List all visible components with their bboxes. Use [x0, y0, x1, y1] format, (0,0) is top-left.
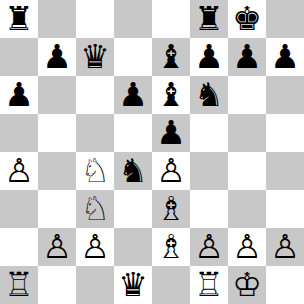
square-h5[interactable] [266, 114, 304, 152]
square-f2[interactable]: ♙ [190, 228, 228, 266]
square-b6[interactable] [38, 76, 76, 114]
square-f8[interactable]: ♜ [190, 0, 228, 38]
white-knight-c3[interactable]: ♘ [80, 190, 110, 228]
square-f6[interactable]: ♞ [190, 76, 228, 114]
square-a1[interactable]: ♖ [0, 266, 38, 304]
black-knight-d4[interactable]: ♞ [118, 152, 148, 190]
square-c2[interactable]: ♙ [76, 228, 114, 266]
chess-board: ♜♜♚♟♛♝♟♟♟♟♟♝♞♟♙♘♞♙♘♗♙♙♗♙♙♙♖♛♖♔ [0, 0, 304, 304]
black-rook-a8[interactable]: ♜ [4, 0, 34, 38]
white-pawn-h2[interactable]: ♙ [270, 228, 300, 266]
square-b5[interactable] [38, 114, 76, 152]
square-d3[interactable] [114, 190, 152, 228]
square-c7[interactable]: ♛ [76, 38, 114, 76]
square-h4[interactable] [266, 152, 304, 190]
black-queen-c7[interactable]: ♛ [80, 38, 110, 76]
square-e3[interactable]: ♗ [152, 190, 190, 228]
square-e1[interactable] [152, 266, 190, 304]
white-king-g1[interactable]: ♔ [232, 266, 262, 304]
square-a3[interactable] [0, 190, 38, 228]
white-bishop-e2[interactable]: ♗ [156, 228, 186, 266]
square-h8[interactable] [266, 0, 304, 38]
square-f7[interactable]: ♟ [190, 38, 228, 76]
square-a6[interactable]: ♟ [0, 76, 38, 114]
white-pawn-c2[interactable]: ♙ [80, 228, 110, 266]
square-h3[interactable] [266, 190, 304, 228]
square-e8[interactable] [152, 0, 190, 38]
black-pawn-a6[interactable]: ♟ [4, 76, 34, 114]
square-g8[interactable]: ♚ [228, 0, 266, 38]
square-a2[interactable] [0, 228, 38, 266]
square-e4[interactable]: ♙ [152, 152, 190, 190]
square-b3[interactable] [38, 190, 76, 228]
square-a4[interactable]: ♙ [0, 152, 38, 190]
square-g5[interactable] [228, 114, 266, 152]
square-d8[interactable] [114, 0, 152, 38]
square-d5[interactable] [114, 114, 152, 152]
black-bishop-e6[interactable]: ♝ [156, 76, 186, 114]
black-king-g8[interactable]: ♚ [232, 0, 262, 38]
square-b1[interactable] [38, 266, 76, 304]
square-g1[interactable]: ♔ [228, 266, 266, 304]
white-pawn-a4[interactable]: ♙ [4, 152, 34, 190]
black-pawn-e5[interactable]: ♟ [156, 114, 186, 152]
square-f4[interactable] [190, 152, 228, 190]
square-a8[interactable]: ♜ [0, 0, 38, 38]
square-c5[interactable] [76, 114, 114, 152]
square-e6[interactable]: ♝ [152, 76, 190, 114]
white-pawn-b2[interactable]: ♙ [42, 228, 72, 266]
square-e5[interactable]: ♟ [152, 114, 190, 152]
square-b7[interactable]: ♟ [38, 38, 76, 76]
square-f3[interactable] [190, 190, 228, 228]
square-b2[interactable]: ♙ [38, 228, 76, 266]
square-d7[interactable] [114, 38, 152, 76]
square-f1[interactable]: ♖ [190, 266, 228, 304]
square-g6[interactable] [228, 76, 266, 114]
black-queen-d1[interactable]: ♛ [118, 266, 148, 304]
square-a7[interactable] [0, 38, 38, 76]
white-bishop-e3[interactable]: ♗ [156, 190, 186, 228]
square-c6[interactable] [76, 76, 114, 114]
white-rook-a1[interactable]: ♖ [4, 266, 34, 304]
square-g4[interactable] [228, 152, 266, 190]
black-knight-f6[interactable]: ♞ [194, 76, 224, 114]
square-e7[interactable]: ♝ [152, 38, 190, 76]
black-pawn-b7[interactable]: ♟ [42, 38, 72, 76]
black-rook-f8[interactable]: ♜ [194, 0, 224, 38]
square-g3[interactable] [228, 190, 266, 228]
square-c1[interactable] [76, 266, 114, 304]
white-knight-c4[interactable]: ♘ [80, 152, 110, 190]
square-f5[interactable] [190, 114, 228, 152]
white-pawn-f2[interactable]: ♙ [194, 228, 224, 266]
white-pawn-g2[interactable]: ♙ [232, 228, 262, 266]
square-h1[interactable] [266, 266, 304, 304]
black-pawn-f7[interactable]: ♟ [194, 38, 224, 76]
square-c8[interactable] [76, 0, 114, 38]
square-d4[interactable]: ♞ [114, 152, 152, 190]
black-pawn-d6[interactable]: ♟ [118, 76, 148, 114]
square-d1[interactable]: ♛ [114, 266, 152, 304]
square-g7[interactable]: ♟ [228, 38, 266, 76]
square-c4[interactable]: ♘ [76, 152, 114, 190]
black-bishop-e7[interactable]: ♝ [156, 38, 186, 76]
square-b8[interactable] [38, 0, 76, 38]
square-h7[interactable]: ♟ [266, 38, 304, 76]
square-d2[interactable] [114, 228, 152, 266]
square-b4[interactable] [38, 152, 76, 190]
white-pawn-e4[interactable]: ♙ [156, 152, 186, 190]
square-c3[interactable]: ♘ [76, 190, 114, 228]
square-h2[interactable]: ♙ [266, 228, 304, 266]
square-g2[interactable]: ♙ [228, 228, 266, 266]
black-pawn-h7[interactable]: ♟ [270, 38, 300, 76]
square-h6[interactable] [266, 76, 304, 114]
square-e2[interactable]: ♗ [152, 228, 190, 266]
white-rook-f1[interactable]: ♖ [194, 266, 224, 304]
square-d6[interactable]: ♟ [114, 76, 152, 114]
black-pawn-g7[interactable]: ♟ [232, 38, 262, 76]
square-a5[interactable] [0, 114, 38, 152]
